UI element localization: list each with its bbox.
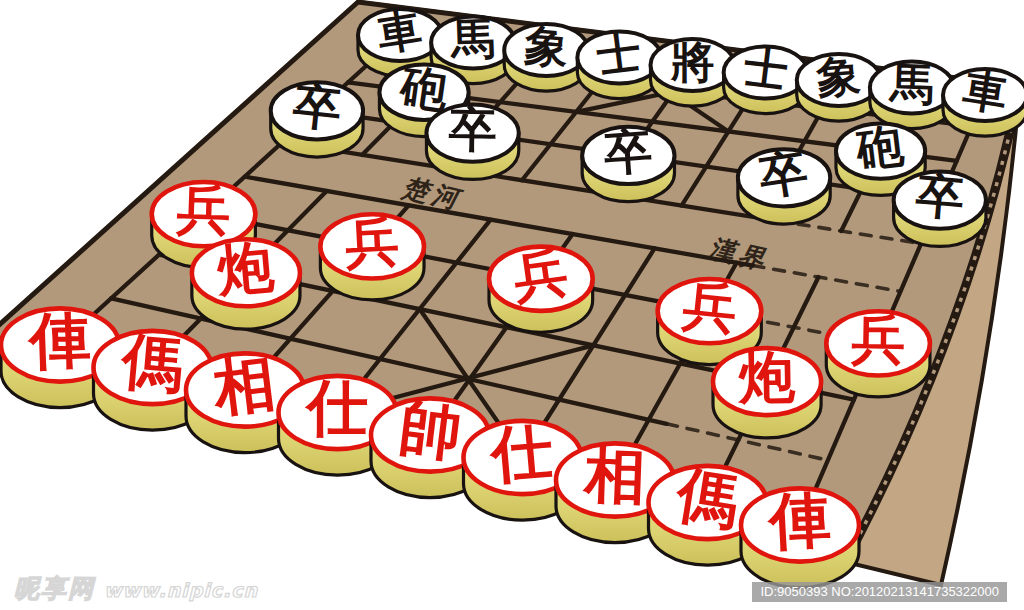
xiangqi-illustration: 楚河漢界車馬象士將士象馬車砲砲卒卒卒卒卒兵兵兵兵兵炮炮俥傌相仕帥仕相傌俥 昵享网… <box>0 0 1024 610</box>
piece-black-soldier-2[interactable]: 卒 <box>426 101 518 180</box>
piece-char: 卒 <box>913 166 967 226</box>
piece-char: 兵 <box>342 210 400 276</box>
piece-char: 仕 <box>485 414 555 490</box>
piece-char: 兵 <box>508 240 571 310</box>
piece-char: 仕 <box>304 372 368 443</box>
piece-char: 傌 <box>117 324 186 400</box>
piece-char: 俥 <box>764 483 832 557</box>
piece-char: 兵 <box>679 273 740 341</box>
piece-char: 相 <box>581 438 647 511</box>
piece-black-soldier-5[interactable]: 卒 <box>894 166 986 246</box>
piece-char: 帥 <box>396 391 466 469</box>
piece-black-chariot-right[interactable]: 車 <box>943 63 1024 136</box>
piece-red-soldier-2[interactable]: 兵 <box>320 210 424 300</box>
piece-char: 炮 <box>736 344 796 410</box>
piece-red-cannon-left[interactable]: 炮 <box>192 234 300 330</box>
piece-char: 卒 <box>290 76 345 137</box>
piece-char: 士 <box>593 26 644 82</box>
piece-char: 卒 <box>601 122 654 181</box>
watermark-site-name: 昵享网 <box>14 574 95 603</box>
watermark-site-url: www.nipic.cn <box>104 579 258 601</box>
piece-char: 象 <box>813 49 862 104</box>
piece-char: 馬 <box>887 57 934 110</box>
piece-red-chariot-right[interactable]: 俥 <box>741 483 859 588</box>
piece-char: 炮 <box>213 234 277 304</box>
piece-char: 傌 <box>670 457 744 537</box>
piece-black-soldier-1[interactable]: 卒 <box>271 76 363 157</box>
piece-char: 馬 <box>448 12 495 65</box>
watermark-id-bar: ID:9050393 NO:20120213141735322000 <box>752 582 1007 602</box>
piece-char: 兵 <box>850 307 906 371</box>
piece-char: 卒 <box>447 101 497 158</box>
piece-black-soldier-3[interactable]: 卒 <box>582 122 674 202</box>
piece-char: 象 <box>522 19 571 74</box>
piece-char: 俥 <box>25 303 92 376</box>
piece-char: 車 <box>374 3 425 60</box>
piece-char: 士 <box>740 41 791 97</box>
piece-char: 砲 <box>852 118 907 178</box>
piece-char: 相 <box>208 346 280 424</box>
piece-char: 將 <box>670 36 715 87</box>
piece-red-cannon-right[interactable]: 炮 <box>713 344 821 438</box>
piece-char: 兵 <box>175 178 232 243</box>
piece-char: 車 <box>960 63 1011 120</box>
piece-red-soldier-5[interactable]: 兵 <box>826 307 930 397</box>
xiangqi-board: 楚河漢界車馬象士將士象馬車砲砲卒卒卒卒卒兵兵兵兵兵炮炮俥傌相仕帥仕相傌俥 <box>0 0 1024 610</box>
piece-char: 卒 <box>754 142 811 205</box>
piece-red-soldier-3[interactable]: 兵 <box>489 240 593 332</box>
watermark-site: 昵享网www.nipic.cn <box>14 572 258 605</box>
